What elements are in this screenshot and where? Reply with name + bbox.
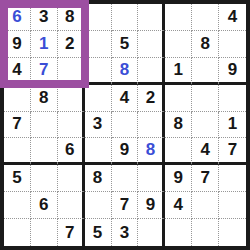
cell-r3c9[interactable]: 9 [219, 58, 246, 85]
cell-r8c6[interactable]: 9 [138, 192, 165, 219]
cell-r4c5[interactable]: 4 [112, 85, 139, 112]
cell-r7c5[interactable] [112, 165, 139, 192]
cell-r1c9[interactable]: 4 [219, 4, 246, 31]
cell-r6c4[interactable] [85, 138, 112, 165]
cell-r4c7[interactable] [165, 85, 192, 112]
cell-r2c6[interactable] [138, 31, 165, 58]
cell-r1c1[interactable]: 6 [4, 4, 31, 31]
cell-r3c3[interactable] [58, 58, 85, 85]
cell-r7c1[interactable]: 5 [4, 165, 31, 192]
cell-r2c7[interactable] [165, 31, 192, 58]
cell-r2c4[interactable] [85, 31, 112, 58]
cell-r8c2[interactable]: 6 [31, 192, 58, 219]
cell-r6c2[interactable] [31, 138, 58, 165]
cell-r6c8[interactable]: 4 [192, 138, 219, 165]
cell-r8c3[interactable] [58, 192, 85, 219]
cell-r3c2[interactable]: 7 [31, 58, 58, 85]
cell-r3c4[interactable] [85, 58, 112, 85]
cell-r8c5[interactable]: 7 [112, 192, 139, 219]
cell-r6c6[interactable]: 8 [138, 138, 165, 165]
cell-r8c1[interactable] [4, 192, 31, 219]
cell-r1c4[interactable] [85, 4, 112, 31]
sudoku-app: 6384912584781984273816984758976794753 [0, 0, 250, 250]
sudoku-grid: 6384912584781984273816984758976794753 [0, 0, 250, 250]
cell-r5c8[interactable] [192, 112, 219, 139]
cell-r3c7[interactable]: 1 [165, 58, 192, 85]
cell-r4c8[interactable] [192, 85, 219, 112]
cell-r7c7[interactable]: 9 [165, 165, 192, 192]
cell-r4c3[interactable] [58, 85, 85, 112]
cell-r2c9[interactable] [219, 31, 246, 58]
cell-r9c9[interactable] [219, 219, 246, 246]
cell-r6c9[interactable]: 7 [219, 138, 246, 165]
cell-r2c3[interactable]: 2 [58, 31, 85, 58]
cell-r4c6[interactable]: 2 [138, 85, 165, 112]
cell-r4c4[interactable] [85, 85, 112, 112]
cell-r8c4[interactable] [85, 192, 112, 219]
cell-r5c6[interactable] [138, 112, 165, 139]
cell-r2c1[interactable]: 9 [4, 31, 31, 58]
cell-r9c1[interactable] [4, 219, 31, 246]
cell-r2c5[interactable]: 5 [112, 31, 139, 58]
cell-r8c8[interactable] [192, 192, 219, 219]
cell-r3c6[interactable] [138, 58, 165, 85]
cell-r4c1[interactable] [4, 85, 31, 112]
cell-r9c4[interactable]: 5 [85, 219, 112, 246]
cell-r6c5[interactable]: 9 [112, 138, 139, 165]
cell-r5c5[interactable] [112, 112, 139, 139]
cell-r9c3[interactable]: 7 [58, 219, 85, 246]
cell-r6c1[interactable] [4, 138, 31, 165]
cell-r5c9[interactable]: 1 [219, 112, 246, 139]
cell-r4c2[interactable]: 8 [31, 85, 58, 112]
cell-r5c3[interactable] [58, 112, 85, 139]
cell-r9c8[interactable] [192, 219, 219, 246]
cell-r9c2[interactable] [31, 219, 58, 246]
cell-r5c2[interactable] [31, 112, 58, 139]
cell-r7c4[interactable]: 8 [85, 165, 112, 192]
cell-r1c2[interactable]: 3 [31, 4, 58, 31]
cell-r8c7[interactable]: 4 [165, 192, 192, 219]
cell-r7c6[interactable] [138, 165, 165, 192]
cell-r1c5[interactable] [112, 4, 139, 31]
cell-r8c9[interactable] [219, 192, 246, 219]
cell-r3c8[interactable] [192, 58, 219, 85]
cell-r2c8[interactable]: 8 [192, 31, 219, 58]
cell-r1c3[interactable]: 8 [58, 4, 85, 31]
cell-r4c9[interactable] [219, 85, 246, 112]
cell-r9c7[interactable] [165, 219, 192, 246]
cell-r7c2[interactable] [31, 165, 58, 192]
cell-r7c8[interactable]: 7 [192, 165, 219, 192]
cell-r3c1[interactable]: 4 [4, 58, 31, 85]
cell-r3c5[interactable]: 8 [112, 58, 139, 85]
cell-r9c5[interactable]: 3 [112, 219, 139, 246]
cell-r5c7[interactable]: 8 [165, 112, 192, 139]
cell-r2c2[interactable]: 1 [31, 31, 58, 58]
cell-r6c3[interactable]: 6 [58, 138, 85, 165]
cell-r1c7[interactable] [165, 4, 192, 31]
cell-r1c6[interactable] [138, 4, 165, 31]
cell-r9c6[interactable] [138, 219, 165, 246]
cell-r5c1[interactable]: 7 [4, 112, 31, 139]
cell-r5c4[interactable]: 3 [85, 112, 112, 139]
cell-r6c7[interactable] [165, 138, 192, 165]
cell-r1c8[interactable] [192, 4, 219, 31]
cell-r7c3[interactable] [58, 165, 85, 192]
cell-r7c9[interactable] [219, 165, 246, 192]
